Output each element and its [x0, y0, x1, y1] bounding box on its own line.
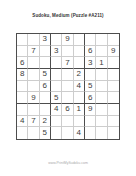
cell-r2c5 — [62, 46, 73, 58]
cell-r8c6 — [74, 116, 85, 128]
cell-r2c2: 7 — [28, 46, 39, 58]
cell-r9c7 — [85, 127, 96, 139]
cell-r3c3 — [40, 57, 51, 69]
cell-r2c1 — [17, 46, 28, 58]
cell-r1c5: 9 — [62, 34, 73, 46]
cell-r4c8 — [96, 69, 107, 81]
sudoku-board: 3973696731852645956461947254 — [16, 33, 120, 140]
cell-r8c3: 2 — [40, 116, 51, 128]
cell-r4c3: 5 — [40, 69, 51, 81]
cell-r2c9: 9 — [108, 46, 119, 58]
cell-r9c3: 5 — [40, 127, 51, 139]
cell-r7c9 — [108, 104, 119, 116]
cell-r3c8: 1 — [96, 57, 107, 69]
cell-r4c6: 2 — [74, 69, 85, 81]
cell-r1c9 — [108, 34, 119, 46]
cell-r5c5 — [62, 81, 73, 93]
cell-r3c2 — [28, 57, 39, 69]
cell-r2c7: 6 — [85, 46, 96, 58]
cell-r7c3 — [40, 104, 51, 116]
cell-r3c6 — [74, 57, 85, 69]
cell-r4c4 — [51, 69, 62, 81]
cell-r7c5: 6 — [62, 104, 73, 116]
cell-r6c1 — [17, 92, 28, 104]
cell-r7c6: 1 — [74, 104, 85, 116]
cell-r3c5: 7 — [62, 57, 73, 69]
cell-r9c2 — [28, 127, 39, 139]
cell-r8c9 — [108, 116, 119, 128]
cell-r1c7 — [85, 34, 96, 46]
cell-r1c8 — [96, 34, 107, 46]
cell-r3c4 — [51, 57, 62, 69]
sudoku-page: Sudoku, Medium (Puzzle #A211) 3973696731… — [0, 0, 136, 176]
cell-r6c7: 6 — [85, 92, 96, 104]
cell-r6c9 — [108, 92, 119, 104]
cell-r8c8 — [96, 116, 107, 128]
cell-r9c4 — [51, 127, 62, 139]
footer-url: www.PrintMySudoku.com — [0, 161, 136, 165]
cell-r9c5 — [62, 127, 73, 139]
cell-r6c8 — [96, 92, 107, 104]
cell-r9c1 — [17, 127, 28, 139]
cell-r4c7 — [85, 69, 96, 81]
cell-r5c8 — [96, 81, 107, 93]
cell-r8c1: 4 — [17, 116, 28, 128]
cell-r6c6 — [74, 92, 85, 104]
cell-r2c8 — [96, 46, 107, 58]
cell-r9c6: 4 — [74, 127, 85, 139]
cell-r6c4: 5 — [51, 92, 62, 104]
cell-r5c6: 4 — [74, 81, 85, 93]
puzzle-title: Sudoku, Medium (Puzzle #A211) — [0, 13, 136, 18]
cell-r1c6 — [74, 34, 85, 46]
cell-r2c4: 3 — [51, 46, 62, 58]
cell-r4c2 — [28, 69, 39, 81]
cell-r7c2 — [28, 104, 39, 116]
cell-r6c5 — [62, 92, 73, 104]
cell-r1c3: 3 — [40, 34, 51, 46]
cell-r7c7: 9 — [85, 104, 96, 116]
cell-r1c4 — [51, 34, 62, 46]
cell-r4c5 — [62, 69, 73, 81]
cell-r1c2 — [28, 34, 39, 46]
cell-r5c2 — [28, 81, 39, 93]
cell-r3c7: 3 — [85, 57, 96, 69]
cell-r8c2: 7 — [28, 116, 39, 128]
cell-r4c9 — [108, 69, 119, 81]
cell-r8c5 — [62, 116, 73, 128]
cell-r7c8 — [96, 104, 107, 116]
cell-r5c3: 6 — [40, 81, 51, 93]
cell-r5c9 — [108, 81, 119, 93]
cell-r8c7 — [85, 116, 96, 128]
cell-r2c6 — [74, 46, 85, 58]
cell-r9c8 — [96, 127, 107, 139]
cell-r6c3 — [40, 92, 51, 104]
cell-r9c9 — [108, 127, 119, 139]
cell-r1c1 — [17, 34, 28, 46]
cell-r5c4 — [51, 81, 62, 93]
cell-r5c1 — [17, 81, 28, 93]
cell-r8c4 — [51, 116, 62, 128]
cell-r2c3 — [40, 46, 51, 58]
cell-r4c1: 8 — [17, 69, 28, 81]
cell-r3c1: 6 — [17, 57, 28, 69]
cell-r5c7: 5 — [85, 81, 96, 93]
cell-r7c1 — [17, 104, 28, 116]
cell-r7c4: 4 — [51, 104, 62, 116]
cell-r6c2: 9 — [28, 92, 39, 104]
cell-r3c9 — [108, 57, 119, 69]
